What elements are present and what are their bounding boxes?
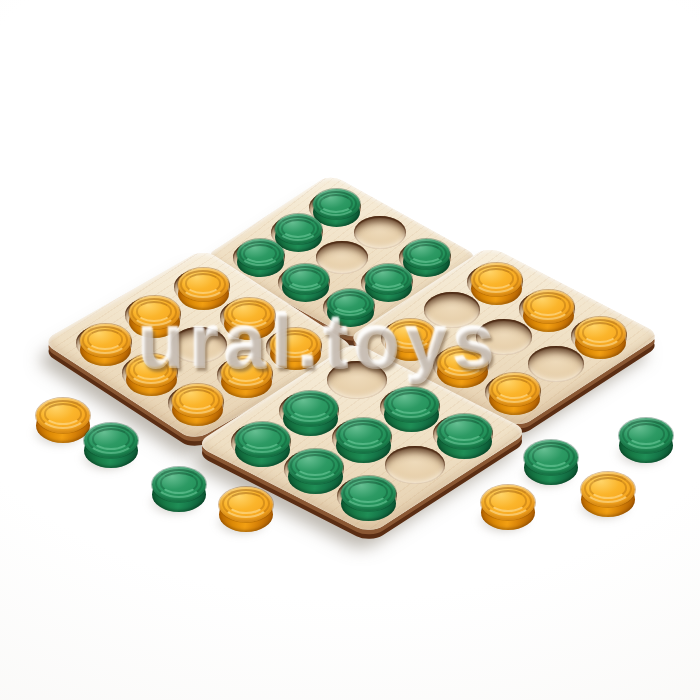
disc-green[interactable]: ● [282, 264, 329, 302]
disc-top-face [152, 467, 206, 502]
disc-orange[interactable]: ● [80, 324, 131, 366]
disc-top-face [384, 387, 439, 422]
disc-top-face [619, 418, 673, 453]
game-scene: ●●●●●●●●●●●●●●●●●●●●●●●●●●●● ●●●●●●●● ur… [0, 0, 700, 700]
disc-green[interactable]: ● [341, 476, 396, 521]
disc-ridge-ring [319, 194, 353, 213]
disc-top-face [481, 485, 535, 520]
loose-disc-green[interactable]: ● [619, 418, 673, 463]
loose-disc-orange[interactable]: ● [581, 472, 635, 517]
disc-ridge-ring [343, 423, 383, 445]
loose-disc-orange[interactable]: ● [36, 398, 90, 443]
loose-disc-green[interactable]: ● [152, 467, 206, 512]
disc-top-face [36, 398, 90, 433]
disc-ridge-ring [242, 427, 282, 449]
loose-disc-orange[interactable]: ● [481, 485, 535, 530]
disc-ridge-ring [295, 454, 335, 476]
disc-top-face [282, 264, 329, 294]
watermark-text: ural.toys [138, 298, 500, 385]
disc-ridge-ring [530, 295, 567, 315]
recess-empty[interactable] [354, 216, 406, 249]
disc-top-face [172, 384, 223, 417]
disc-top-face [471, 263, 522, 296]
disc-top-face [84, 423, 138, 458]
disc-top-face [336, 418, 391, 453]
loose-disc-green[interactable]: ● [524, 440, 578, 485]
disc-ridge-ring [290, 396, 330, 418]
disc-green[interactable]: ● [336, 418, 391, 463]
disc-orange[interactable]: ● [575, 317, 626, 359]
loose-disc-orange[interactable]: ● [219, 487, 273, 532]
disc-top-face [524, 440, 578, 475]
disc-ridge-ring [348, 481, 388, 503]
disc-orange[interactable]: ● [172, 384, 223, 426]
disc-green[interactable]: ● [384, 387, 439, 432]
disc-ridge-ring [496, 378, 533, 398]
disc-ridge-ring [478, 268, 515, 288]
disc-green[interactable]: ● [283, 391, 338, 436]
disc-top-face [80, 324, 131, 357]
disc-green[interactable]: ● [237, 239, 284, 277]
disc-ridge-ring [87, 329, 124, 349]
disc-ridge-ring [179, 389, 216, 409]
disc-ridge-ring [582, 322, 619, 342]
disc-top-face [219, 487, 273, 522]
disc-ridge-ring [281, 219, 315, 238]
disc-top-face [235, 422, 290, 457]
disc-top-face [178, 268, 229, 301]
disc-ridge-ring [288, 269, 322, 288]
disc-top-face [523, 290, 574, 323]
disc-ridge-ring [243, 244, 277, 263]
disc-ridge-ring [444, 419, 484, 441]
disc-top-face [283, 391, 338, 426]
disc-green[interactable]: ● [235, 422, 290, 467]
loose-disc-green[interactable]: ● [84, 423, 138, 468]
disc-ridge-ring [409, 244, 443, 263]
disc-green[interactable]: ● [288, 449, 343, 494]
disc-top-face [437, 414, 492, 449]
disc-top-face [237, 239, 284, 269]
disc-ridge-ring [185, 273, 222, 293]
disc-top-face [575, 317, 626, 350]
disc-top-face [341, 476, 396, 511]
disc-top-face [288, 449, 343, 484]
disc-green[interactable]: ● [437, 414, 492, 459]
disc-ridge-ring [391, 392, 431, 414]
disc-ridge-ring [371, 269, 405, 288]
disc-orange[interactable]: ● [523, 290, 574, 332]
disc-top-face [581, 472, 635, 507]
